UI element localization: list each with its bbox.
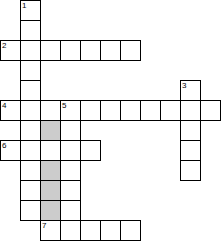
cell-r2-c0[interactable]: 2 xyxy=(0,40,21,61)
cell-r7-c2[interactable] xyxy=(40,140,61,161)
shaded-cell-r8-c2[interactable] xyxy=(40,160,61,181)
cell-r3-c1[interactable] xyxy=(20,60,41,81)
cell-r7-c9[interactable] xyxy=(180,140,201,161)
crossword-grid: 1234567 xyxy=(0,0,221,241)
cell-r7-c3[interactable] xyxy=(60,140,81,161)
cell-r5-c6[interactable] xyxy=(120,100,141,121)
cell-r8-c1[interactable] xyxy=(20,160,41,181)
cell-r2-c5[interactable] xyxy=(100,40,121,61)
cell-r6-c1[interactable] xyxy=(20,120,41,141)
shaded-cell-r10-c2[interactable] xyxy=(40,200,61,221)
clue-number-1: 1 xyxy=(22,1,26,10)
cell-r2-c6[interactable] xyxy=(120,40,141,61)
cell-r10-c1[interactable] xyxy=(20,200,41,221)
cell-r8-c3[interactable] xyxy=(60,160,81,181)
cell-r5-c9[interactable] xyxy=(180,100,201,121)
clue-number-7: 7 xyxy=(42,221,46,230)
cell-r11-c5[interactable] xyxy=(100,220,121,241)
cell-r7-c4[interactable] xyxy=(80,140,101,161)
cell-r5-c2[interactable] xyxy=(40,100,61,121)
clue-number-6: 6 xyxy=(2,141,6,150)
cell-r7-c1[interactable] xyxy=(20,140,41,161)
cell-r5-c8[interactable] xyxy=(160,100,181,121)
clue-number-4: 4 xyxy=(2,101,6,110)
cell-r4-c9[interactable]: 3 xyxy=(180,80,201,101)
cell-r6-c9[interactable] xyxy=(180,120,201,141)
clue-number-3: 3 xyxy=(182,81,186,90)
cell-r2-c2[interactable] xyxy=(40,40,61,61)
cell-r9-c3[interactable] xyxy=(60,180,81,201)
cell-r5-c0[interactable]: 4 xyxy=(0,100,21,121)
cell-r6-c3[interactable] xyxy=(60,120,81,141)
cell-r9-c1[interactable] xyxy=(20,180,41,201)
cell-r0-c1[interactable]: 1 xyxy=(20,0,41,21)
cell-r2-c4[interactable] xyxy=(80,40,101,61)
cell-r10-c3[interactable] xyxy=(60,200,81,221)
clue-number-5: 5 xyxy=(62,101,66,110)
cell-r1-c1[interactable] xyxy=(20,20,41,41)
cell-r11-c2[interactable]: 7 xyxy=(40,220,61,241)
cell-r11-c6[interactable] xyxy=(120,220,141,241)
shaded-cell-r9-c2[interactable] xyxy=(40,180,61,201)
cell-r5-c7[interactable] xyxy=(140,100,161,121)
cell-r11-c4[interactable] xyxy=(80,220,101,241)
cell-r5-c10[interactable] xyxy=(200,100,221,121)
clue-number-2: 2 xyxy=(2,41,6,50)
shaded-cell-r6-c2[interactable] xyxy=(40,120,61,141)
cell-r2-c1[interactable] xyxy=(20,40,41,61)
cell-r5-c4[interactable] xyxy=(80,100,101,121)
cell-r7-c0[interactable]: 6 xyxy=(0,140,21,161)
cell-r5-c3[interactable]: 5 xyxy=(60,100,81,121)
cell-r5-c1[interactable] xyxy=(20,100,41,121)
cell-r4-c1[interactable] xyxy=(20,80,41,101)
cell-r2-c3[interactable] xyxy=(60,40,81,61)
cell-r11-c3[interactable] xyxy=(60,220,81,241)
cell-r5-c5[interactable] xyxy=(100,100,121,121)
cell-r8-c9[interactable] xyxy=(180,160,201,181)
